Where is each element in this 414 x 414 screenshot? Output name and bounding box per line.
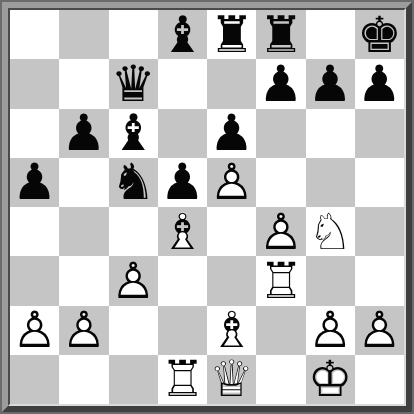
square-b3[interactable] (59, 256, 108, 305)
square-b6[interactable]: ♟ (59, 109, 108, 158)
square-h3[interactable] (355, 256, 404, 305)
piece-black-rook: ♜ (207, 10, 256, 59)
square-c8[interactable] (109, 10, 158, 59)
square-c1[interactable] (109, 355, 158, 404)
square-b8[interactable] (59, 10, 108, 59)
square-a1[interactable] (10, 355, 59, 404)
square-c3[interactable]: ♟♙ (109, 256, 158, 305)
piece-white-bishop: ♝♗ (158, 207, 207, 256)
piece-white-queen: ♛♕ (207, 355, 256, 404)
square-e1[interactable]: ♛♕ (207, 355, 256, 404)
square-f5[interactable] (256, 158, 305, 207)
piece-white-king: ♚♔ (306, 355, 355, 404)
piece-black-bishop: ♝ (158, 10, 207, 59)
square-a2[interactable]: ♟♙ (10, 306, 59, 355)
piece-white-pawn: ♟♙ (256, 207, 305, 256)
square-f1[interactable] (256, 355, 305, 404)
square-g2[interactable]: ♟♙ (306, 306, 355, 355)
piece-white-pawn: ♟♙ (109, 256, 158, 305)
square-h4[interactable] (355, 207, 404, 256)
square-h1[interactable] (355, 355, 404, 404)
square-b2[interactable]: ♟♙ (59, 306, 108, 355)
piece-black-pawn: ♟ (306, 59, 355, 108)
square-g4[interactable]: ♞♘ (306, 207, 355, 256)
square-g3[interactable] (306, 256, 355, 305)
piece-black-pawn: ♟ (158, 158, 207, 207)
square-f2[interactable] (256, 306, 305, 355)
square-d8[interactable]: ♝ (158, 10, 207, 59)
square-g7[interactable]: ♟ (306, 59, 355, 108)
square-d2[interactable] (158, 306, 207, 355)
square-g1[interactable]: ♚♔ (306, 355, 355, 404)
piece-black-king: ♚ (355, 10, 404, 59)
square-f8[interactable]: ♜ (256, 10, 305, 59)
piece-black-pawn: ♟ (10, 158, 59, 207)
square-h6[interactable] (355, 109, 404, 158)
square-c4[interactable] (109, 207, 158, 256)
square-d6[interactable] (158, 109, 207, 158)
square-e5[interactable]: ♟♙ (207, 158, 256, 207)
square-a3[interactable] (10, 256, 59, 305)
square-b5[interactable] (59, 158, 108, 207)
square-e6[interactable]: ♟ (207, 109, 256, 158)
square-g8[interactable] (306, 10, 355, 59)
square-a5[interactable]: ♟ (10, 158, 59, 207)
board-frame-bevel: ♝♜♜♚♛♟♟♟♟♝♟♟♞♟♟♙♝♗♟♙♞♘♟♙♜♖♟♙♟♙♝♗♟♙♟♙♜♖♛♕… (2, 2, 412, 412)
piece-white-pawn: ♟♙ (10, 306, 59, 355)
square-h2[interactable]: ♟♙ (355, 306, 404, 355)
piece-white-pawn: ♟♙ (306, 306, 355, 355)
square-h8[interactable]: ♚ (355, 10, 404, 59)
piece-black-knight: ♞ (109, 158, 158, 207)
square-c6[interactable]: ♝ (109, 109, 158, 158)
piece-black-rook: ♜ (256, 10, 305, 59)
square-h5[interactable] (355, 158, 404, 207)
square-d1[interactable]: ♜♖ (158, 355, 207, 404)
piece-black-pawn: ♟ (207, 109, 256, 158)
piece-black-pawn: ♟ (59, 109, 108, 158)
square-f6[interactable] (256, 109, 305, 158)
square-e3[interactable] (207, 256, 256, 305)
square-a4[interactable] (10, 207, 59, 256)
square-c2[interactable] (109, 306, 158, 355)
square-a8[interactable] (10, 10, 59, 59)
square-f3[interactable]: ♜♖ (256, 256, 305, 305)
square-d4[interactable]: ♝♗ (158, 207, 207, 256)
square-b1[interactable] (59, 355, 108, 404)
piece-white-pawn: ♟♙ (355, 306, 404, 355)
square-c5[interactable]: ♞ (109, 158, 158, 207)
piece-white-rook: ♜♖ (158, 355, 207, 404)
piece-black-bishop: ♝ (109, 109, 158, 158)
square-d3[interactable] (158, 256, 207, 305)
square-a6[interactable] (10, 109, 59, 158)
square-d5[interactable]: ♟ (158, 158, 207, 207)
square-g6[interactable] (306, 109, 355, 158)
piece-black-queen: ♛ (109, 59, 158, 108)
square-e2[interactable]: ♝♗ (207, 306, 256, 355)
piece-black-pawn: ♟ (355, 59, 404, 108)
square-b4[interactable] (59, 207, 108, 256)
piece-white-rook: ♜♖ (256, 256, 305, 305)
board-frame: ♝♜♜♚♛♟♟♟♟♝♟♟♞♟♟♙♝♗♟♙♞♘♟♙♜♖♟♙♟♙♝♗♟♙♟♙♜♖♛♕… (0, 0, 414, 414)
square-h7[interactable]: ♟ (355, 59, 404, 108)
square-g5[interactable] (306, 158, 355, 207)
square-e7[interactable] (207, 59, 256, 108)
piece-white-bishop: ♝♗ (207, 306, 256, 355)
square-e4[interactable] (207, 207, 256, 256)
square-c7[interactable]: ♛ (109, 59, 158, 108)
square-f4[interactable]: ♟♙ (256, 207, 305, 256)
square-a7[interactable] (10, 59, 59, 108)
chess-board: ♝♜♜♚♛♟♟♟♟♝♟♟♞♟♟♙♝♗♟♙♞♘♟♙♜♖♟♙♟♙♝♗♟♙♟♙♜♖♛♕… (8, 8, 406, 406)
square-e8[interactable]: ♜ (207, 10, 256, 59)
square-f7[interactable]: ♟ (256, 59, 305, 108)
square-b7[interactable] (59, 59, 108, 108)
square-d7[interactable] (158, 59, 207, 108)
piece-black-pawn: ♟ (256, 59, 305, 108)
piece-white-knight: ♞♘ (306, 207, 355, 256)
piece-white-pawn: ♟♙ (207, 158, 256, 207)
piece-white-pawn: ♟♙ (59, 306, 108, 355)
